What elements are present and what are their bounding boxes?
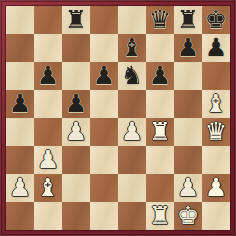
square-d4[interactable] [90, 118, 118, 146]
square-d2[interactable] [90, 174, 118, 202]
square-a5[interactable]: ♟ [6, 90, 34, 118]
square-h8[interactable]: ♚ [202, 6, 230, 34]
square-f5[interactable] [146, 90, 174, 118]
piece-black-pawn[interactable]: ♟ [205, 34, 227, 62]
square-g7[interactable]: ♟ [174, 34, 202, 62]
piece-black-knight[interactable]: ♞ [121, 62, 143, 90]
board-frame: ♜♛♜♚♝♟♟♟♟♞♟♟♟♝♟♟♜♛♟♟♝♟♟♜♚ [0, 0, 236, 236]
square-f1[interactable]: ♜ [146, 202, 174, 230]
square-f2[interactable] [146, 174, 174, 202]
square-h3[interactable] [202, 146, 230, 174]
square-c7[interactable] [62, 34, 90, 62]
piece-black-pawn[interactable]: ♟ [149, 62, 171, 90]
piece-white-queen[interactable]: ♛ [205, 118, 227, 146]
piece-white-pawn[interactable]: ♟ [9, 174, 31, 202]
square-g2[interactable]: ♟ [174, 174, 202, 202]
square-b7[interactable] [34, 34, 62, 62]
piece-black-pawn[interactable]: ♟ [177, 34, 199, 62]
piece-white-bishop[interactable]: ♝ [205, 90, 227, 118]
square-e7[interactable]: ♝ [118, 34, 146, 62]
square-c4[interactable]: ♟ [62, 118, 90, 146]
square-b5[interactable] [34, 90, 62, 118]
square-b6[interactable]: ♟ [34, 62, 62, 90]
square-c6[interactable] [62, 62, 90, 90]
square-d3[interactable] [90, 146, 118, 174]
square-d6[interactable]: ♟ [90, 62, 118, 90]
square-b4[interactable] [34, 118, 62, 146]
square-c3[interactable] [62, 146, 90, 174]
square-f3[interactable] [146, 146, 174, 174]
piece-black-pawn[interactable]: ♟ [65, 90, 87, 118]
piece-black-pawn[interactable]: ♟ [37, 62, 59, 90]
chess-board: ♜♛♜♚♝♟♟♟♟♞♟♟♟♝♟♟♜♛♟♟♝♟♟♜♚ [6, 6, 230, 230]
square-g3[interactable] [174, 146, 202, 174]
square-h6[interactable] [202, 62, 230, 90]
square-f8[interactable]: ♛ [146, 6, 174, 34]
piece-white-rook[interactable]: ♜ [149, 202, 171, 230]
piece-white-pawn[interactable]: ♟ [65, 118, 87, 146]
piece-white-pawn[interactable]: ♟ [205, 174, 227, 202]
square-f6[interactable]: ♟ [146, 62, 174, 90]
square-c5[interactable]: ♟ [62, 90, 90, 118]
square-a6[interactable] [6, 62, 34, 90]
square-e2[interactable] [118, 174, 146, 202]
square-a3[interactable] [6, 146, 34, 174]
piece-white-king[interactable]: ♚ [177, 202, 199, 230]
piece-black-queen[interactable]: ♛ [149, 6, 171, 34]
piece-white-pawn[interactable]: ♟ [121, 118, 143, 146]
piece-white-rook[interactable]: ♜ [149, 118, 171, 146]
square-c1[interactable] [62, 202, 90, 230]
square-c2[interactable] [62, 174, 90, 202]
square-d8[interactable] [90, 6, 118, 34]
piece-white-bishop[interactable]: ♝ [37, 174, 59, 202]
square-f7[interactable] [146, 34, 174, 62]
square-c8[interactable]: ♜ [62, 6, 90, 34]
square-g8[interactable]: ♜ [174, 6, 202, 34]
square-e6[interactable]: ♞ [118, 62, 146, 90]
square-e4[interactable]: ♟ [118, 118, 146, 146]
square-a2[interactable]: ♟ [6, 174, 34, 202]
square-a1[interactable] [6, 202, 34, 230]
square-a7[interactable] [6, 34, 34, 62]
square-a4[interactable] [6, 118, 34, 146]
piece-black-pawn[interactable]: ♟ [93, 62, 115, 90]
square-b1[interactable] [34, 202, 62, 230]
square-e5[interactable] [118, 90, 146, 118]
square-d7[interactable] [90, 34, 118, 62]
square-b8[interactable] [34, 6, 62, 34]
piece-black-rook[interactable]: ♜ [65, 6, 87, 34]
square-e8[interactable] [118, 6, 146, 34]
piece-black-pawn[interactable]: ♟ [9, 90, 31, 118]
square-g4[interactable] [174, 118, 202, 146]
square-g1[interactable]: ♚ [174, 202, 202, 230]
piece-black-bishop[interactable]: ♝ [121, 34, 143, 62]
square-e1[interactable] [118, 202, 146, 230]
piece-black-king[interactable]: ♚ [205, 6, 227, 34]
square-b3[interactable]: ♟ [34, 146, 62, 174]
piece-white-pawn[interactable]: ♟ [37, 146, 59, 174]
square-h2[interactable]: ♟ [202, 174, 230, 202]
square-b2[interactable]: ♝ [34, 174, 62, 202]
square-h1[interactable] [202, 202, 230, 230]
square-e3[interactable] [118, 146, 146, 174]
piece-white-pawn[interactable]: ♟ [177, 174, 199, 202]
square-g5[interactable] [174, 90, 202, 118]
square-h5[interactable]: ♝ [202, 90, 230, 118]
square-g6[interactable] [174, 62, 202, 90]
square-f4[interactable]: ♜ [146, 118, 174, 146]
square-a8[interactable] [6, 6, 34, 34]
square-h7[interactable]: ♟ [202, 34, 230, 62]
square-d5[interactable] [90, 90, 118, 118]
square-h4[interactable]: ♛ [202, 118, 230, 146]
piece-black-rook[interactable]: ♜ [177, 6, 199, 34]
square-d1[interactable] [90, 202, 118, 230]
